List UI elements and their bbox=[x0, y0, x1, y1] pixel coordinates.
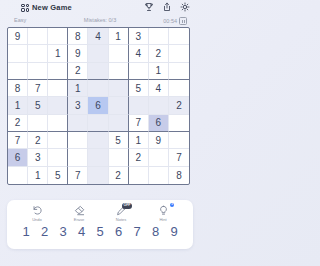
page-title: New Game bbox=[32, 3, 72, 12]
cell-r1c4[interactable]: 8 bbox=[68, 28, 88, 45]
cell-r3c8[interactable]: 1 bbox=[149, 63, 169, 80]
cell-r8c8[interactable] bbox=[149, 149, 169, 166]
cell-r4c1[interactable]: 8 bbox=[8, 80, 28, 97]
cell-r8c5[interactable] bbox=[88, 149, 108, 166]
erase-label: Erase bbox=[74, 217, 84, 222]
cell-r8c6[interactable] bbox=[109, 149, 129, 166]
timer: 00:54 bbox=[163, 18, 177, 24]
share-icon[interactable] bbox=[162, 2, 172, 12]
cell-r6c1[interactable]: 2 bbox=[8, 115, 28, 132]
trophy-icon[interactable] bbox=[144, 2, 154, 12]
cell-r2c6[interactable] bbox=[109, 45, 129, 62]
cell-r9c1[interactable] bbox=[8, 167, 28, 184]
erase-button[interactable]: Erase bbox=[69, 205, 89, 222]
toolbar: Undo Erase OFF Notes 1 Hint bbox=[7, 200, 193, 222]
cell-r7c8[interactable]: 9 bbox=[149, 132, 169, 149]
cell-r7c9[interactable] bbox=[169, 132, 189, 149]
numpad-7[interactable]: 7 bbox=[130, 224, 144, 239]
cell-r5c8[interactable] bbox=[149, 97, 169, 114]
cell-r4c4[interactable]: 1 bbox=[68, 80, 88, 97]
cell-r5c1[interactable]: 1 bbox=[8, 97, 28, 114]
cell-r9c5[interactable] bbox=[88, 167, 108, 184]
sudoku-board: 98413194221871541536227672519632715728 bbox=[7, 27, 190, 185]
status-bar: Easy Mistakes: 0/3 00:54 bbox=[7, 17, 193, 26]
settings-icon[interactable] bbox=[180, 2, 190, 12]
cell-r1c6[interactable]: 1 bbox=[109, 28, 129, 45]
notes-badge: OFF bbox=[122, 203, 132, 209]
cell-r3c6[interactable] bbox=[109, 63, 129, 80]
hint-badge: 1 bbox=[170, 203, 174, 207]
back-to-main[interactable]: New Game bbox=[21, 3, 72, 12]
notes-button[interactable]: OFF Notes bbox=[111, 205, 131, 222]
cell-r5c4[interactable]: 3 bbox=[68, 97, 88, 114]
cell-r8c9[interactable]: 7 bbox=[169, 149, 189, 166]
cell-r7c7[interactable]: 1 bbox=[129, 132, 149, 149]
cell-r5c2[interactable]: 5 bbox=[28, 97, 48, 114]
cell-r1c8[interactable] bbox=[149, 28, 169, 45]
cell-r4c7[interactable]: 5 bbox=[129, 80, 149, 97]
lightbulb-icon bbox=[158, 205, 169, 216]
cell-r3c4[interactable]: 2 bbox=[68, 63, 88, 80]
numpad-3[interactable]: 3 bbox=[56, 224, 70, 239]
numpad-9[interactable]: 9 bbox=[167, 224, 181, 239]
cell-r9c8[interactable] bbox=[149, 167, 169, 184]
cell-r1c7[interactable]: 3 bbox=[129, 28, 149, 45]
eraser-icon bbox=[74, 205, 85, 216]
cell-r7c4[interactable] bbox=[68, 132, 88, 149]
cell-r6c4[interactable] bbox=[68, 115, 88, 132]
cell-r5c6[interactable] bbox=[109, 97, 129, 114]
number-pad: 123456789 bbox=[7, 222, 193, 239]
cell-r2c9[interactable] bbox=[169, 45, 189, 62]
cell-r7c3[interactable] bbox=[48, 132, 68, 149]
cell-r6c7[interactable]: 7 bbox=[129, 115, 149, 132]
header: New Game bbox=[0, 0, 200, 15]
cell-r2c5[interactable] bbox=[88, 45, 108, 62]
cell-r4c8[interactable]: 4 bbox=[149, 80, 169, 97]
cell-r8c2[interactable]: 3 bbox=[28, 149, 48, 166]
cell-r4c2[interactable]: 7 bbox=[28, 80, 48, 97]
numpad-5[interactable]: 5 bbox=[93, 224, 107, 239]
cell-r8c4[interactable] bbox=[68, 149, 88, 166]
cell-r4c9[interactable] bbox=[169, 80, 189, 97]
cell-r3c1[interactable] bbox=[8, 63, 28, 80]
cell-r9c6[interactable]: 2 bbox=[109, 167, 129, 184]
cell-r2c1[interactable] bbox=[8, 45, 28, 62]
cell-r2c3[interactable]: 1 bbox=[48, 45, 68, 62]
undo-button[interactable]: Undo bbox=[27, 205, 47, 222]
numpad-8[interactable]: 8 bbox=[149, 224, 163, 239]
numpad-4[interactable]: 4 bbox=[75, 224, 89, 239]
cell-r4c5[interactable] bbox=[88, 80, 108, 97]
control-card: Undo Erase OFF Notes 1 Hint bbox=[7, 200, 193, 249]
cell-r6c8[interactable]: 6 bbox=[149, 115, 169, 132]
cell-r1c5[interactable]: 4 bbox=[88, 28, 108, 45]
cell-r7c1[interactable]: 7 bbox=[8, 132, 28, 149]
cell-r8c1[interactable]: 6 bbox=[8, 149, 28, 166]
undo-label: Undo bbox=[32, 217, 42, 222]
cell-r4c6[interactable] bbox=[109, 80, 129, 97]
cell-r4c3[interactable] bbox=[48, 80, 68, 97]
cell-r9c9[interactable]: 8 bbox=[169, 167, 189, 184]
cell-r9c4[interactable]: 7 bbox=[68, 167, 88, 184]
numpad-6[interactable]: 6 bbox=[112, 224, 126, 239]
cell-r5c5[interactable]: 6 bbox=[88, 97, 108, 114]
grid-icon bbox=[21, 4, 29, 12]
cell-r2c7[interactable]: 4 bbox=[129, 45, 149, 62]
cell-r2c2[interactable] bbox=[28, 45, 48, 62]
notes-label: Notes bbox=[116, 217, 126, 222]
cell-r9c2[interactable]: 1 bbox=[28, 167, 48, 184]
cell-r1c1[interactable]: 9 bbox=[8, 28, 28, 45]
cell-r3c3[interactable] bbox=[48, 63, 68, 80]
cell-r3c9[interactable] bbox=[169, 63, 189, 80]
cell-r7c5[interactable] bbox=[88, 132, 108, 149]
cell-r2c8[interactable]: 2 bbox=[149, 45, 169, 62]
cell-r1c2[interactable] bbox=[28, 28, 48, 45]
cell-r7c6[interactable]: 5 bbox=[109, 132, 129, 149]
cell-r3c5[interactable] bbox=[88, 63, 108, 80]
cell-r6c3[interactable] bbox=[48, 115, 68, 132]
cell-r7c2[interactable]: 2 bbox=[28, 132, 48, 149]
cell-r6c6[interactable] bbox=[109, 115, 129, 132]
cell-r6c9[interactable] bbox=[169, 115, 189, 132]
cell-r6c5[interactable] bbox=[88, 115, 108, 132]
cell-r8c7[interactable]: 2 bbox=[129, 149, 149, 166]
cell-r5c3[interactable] bbox=[48, 97, 68, 114]
cell-r3c2[interactable] bbox=[28, 63, 48, 80]
hint-label: Hint bbox=[159, 217, 166, 222]
cell-r2c4[interactable]: 9 bbox=[68, 45, 88, 62]
cell-r9c7[interactable] bbox=[129, 167, 149, 184]
cell-r1c3[interactable] bbox=[48, 28, 68, 45]
numpad-1[interactable]: 1 bbox=[19, 224, 33, 239]
cell-r9c3[interactable]: 5 bbox=[48, 167, 68, 184]
undo-icon bbox=[32, 205, 43, 216]
cell-r1c9[interactable] bbox=[169, 28, 189, 45]
numpad-2[interactable]: 2 bbox=[38, 224, 52, 239]
cell-r5c7[interactable] bbox=[129, 97, 149, 114]
hint-button[interactable]: 1 Hint bbox=[153, 205, 173, 222]
cell-r8c3[interactable] bbox=[48, 149, 68, 166]
pause-button[interactable] bbox=[179, 17, 187, 25]
cell-r3c7[interactable] bbox=[129, 63, 149, 80]
cell-r6c2[interactable] bbox=[28, 115, 48, 132]
cell-r5c9[interactable]: 2 bbox=[169, 97, 189, 114]
